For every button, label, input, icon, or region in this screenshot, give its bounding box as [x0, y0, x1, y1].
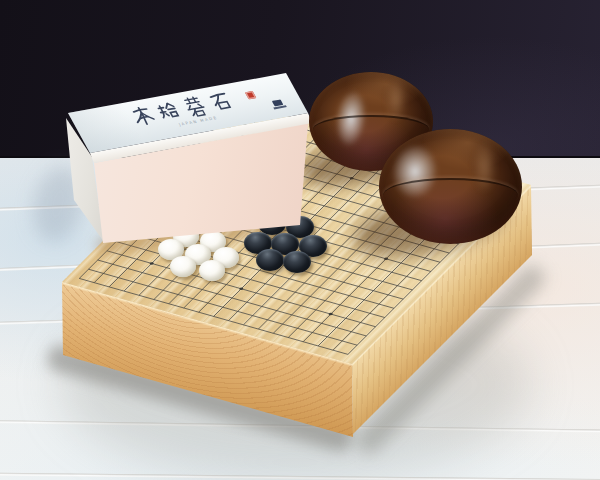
star-point [328, 313, 334, 316]
star-point [294, 232, 300, 235]
bowl-lid-seam [383, 178, 517, 213]
bowl-side-sheen [386, 79, 406, 121]
product-photo-scene: 本蛤碁石 [0, 0, 600, 480]
star-point [349, 177, 355, 180]
star-point [238, 287, 244, 290]
star-point [383, 257, 389, 260]
star-point [149, 262, 155, 265]
go-bowl-right [379, 129, 522, 244]
plank-seam [0, 473, 600, 480]
maker-stamp [268, 97, 289, 111]
